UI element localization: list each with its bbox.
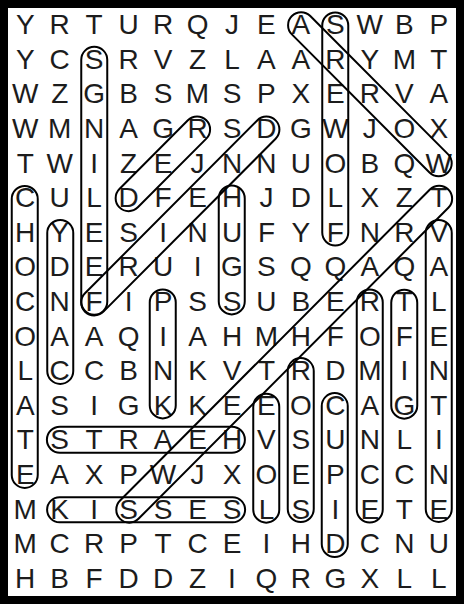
letter-cell[interactable]: P <box>146 285 180 320</box>
letter-cell[interactable]: A <box>249 43 283 78</box>
letter-cell[interactable]: O <box>8 319 42 354</box>
letter-cell[interactable]: R <box>387 216 421 251</box>
letter-cell[interactable]: X <box>215 458 249 493</box>
letter-cell[interactable]: Y <box>284 216 318 251</box>
letter-cell[interactable]: N <box>422 354 456 389</box>
letter-cell[interactable]: M <box>387 43 421 78</box>
letter-cell[interactable]: E <box>422 319 456 354</box>
letter-cell[interactable]: C <box>77 354 111 389</box>
letter-cell[interactable]: R <box>284 561 318 596</box>
letter-cell[interactable]: T <box>146 527 180 562</box>
letter-cell[interactable]: I <box>77 388 111 423</box>
letter-cell[interactable]: K <box>180 388 214 423</box>
letter-cell[interactable]: V <box>422 216 456 251</box>
letter-cell[interactable]: Y <box>42 216 76 251</box>
letter-cell[interactable]: Q <box>249 561 283 596</box>
letter-cell[interactable]: A <box>77 319 111 354</box>
letter-cell[interactable]: E <box>77 216 111 251</box>
letter-cell[interactable]: M <box>8 527 42 562</box>
letter-cell[interactable]: D <box>249 112 283 147</box>
letter-cell[interactable]: X <box>353 561 387 596</box>
puzzle-area: YRTURQJEASWBPYCSRVZLAARYMTWZGBSMSPXERVAW… <box>8 8 456 596</box>
letter-cell[interactable]: H <box>284 319 318 354</box>
letter-cell[interactable]: R <box>42 8 76 43</box>
letter-cell[interactable]: W <box>8 77 42 112</box>
letter-cell[interactable]: A <box>284 8 318 43</box>
letter-cell[interactable]: S <box>215 492 249 527</box>
letter-cell[interactable]: U <box>284 146 318 181</box>
letter-cell[interactable]: D <box>111 181 145 216</box>
letter-cell[interactable]: F <box>318 216 352 251</box>
letter-cell[interactable]: U <box>146 250 180 285</box>
letter-cell[interactable]: E <box>8 458 42 493</box>
letter-cell[interactable]: E <box>180 181 214 216</box>
letter-cell[interactable]: A <box>422 250 456 285</box>
letter-cell[interactable]: Z <box>42 77 76 112</box>
letter-cell[interactable]: H <box>284 527 318 562</box>
letter-cell[interactable]: E <box>215 527 249 562</box>
letter-cell[interactable]: W <box>42 146 76 181</box>
letter-cell[interactable]: Y <box>8 43 42 78</box>
letter-cell[interactable]: V <box>249 423 283 458</box>
letter-cell[interactable]: M <box>8 492 42 527</box>
letter-cell[interactable]: J <box>249 181 283 216</box>
letter-cell[interactable]: B <box>353 146 387 181</box>
letter-cell[interactable]: I <box>180 250 214 285</box>
letter-cell[interactable]: N <box>249 146 283 181</box>
letter-cell[interactable]: U <box>422 527 456 562</box>
letter-cell[interactable]: S <box>215 77 249 112</box>
letter-cell[interactable]: R <box>318 43 352 78</box>
letter-cell[interactable]: R <box>111 423 145 458</box>
letter-cell[interactable]: R <box>180 112 214 147</box>
word-search-board: YRTURQJEASWBPYCSRVZLAARYMTWZGBSMSPXERVAW… <box>0 0 464 604</box>
letter-cell[interactable]: H <box>8 561 42 596</box>
letter-cell[interactable]: Z <box>180 561 214 596</box>
letter-cell[interactable]: I <box>77 492 111 527</box>
letter-cell[interactable]: T <box>77 8 111 43</box>
letter-cell[interactable]: U <box>42 181 76 216</box>
letter-cell[interactable]: L <box>387 423 421 458</box>
letter-cell[interactable]: D <box>146 561 180 596</box>
letter-cell[interactable]: I <box>146 216 180 251</box>
letter-cell[interactable]: E <box>249 8 283 43</box>
letter-cell[interactable]: A <box>353 388 387 423</box>
letter-cell[interactable]: S <box>215 285 249 320</box>
letter-cell[interactable]: H <box>215 181 249 216</box>
letter-cell[interactable]: B <box>111 77 145 112</box>
letter-cell[interactable]: T <box>8 146 42 181</box>
letter-cell[interactable]: T <box>249 354 283 389</box>
letter-cell[interactable]: C <box>42 43 76 78</box>
letter-cell[interactable]: C <box>42 527 76 562</box>
letter-cell[interactable]: T <box>422 181 456 216</box>
letter-cell[interactable]: R <box>77 527 111 562</box>
letter-cell[interactable]: P <box>422 8 456 43</box>
letter-cell[interactable]: S <box>284 492 318 527</box>
letter-cell[interactable]: E <box>284 458 318 493</box>
letter-cell[interactable]: Z <box>180 43 214 78</box>
letter-cell[interactable]: E <box>146 146 180 181</box>
letter-cell[interactable]: J <box>215 8 249 43</box>
letter-cell[interactable]: S <box>146 77 180 112</box>
letter-cell[interactable]: T <box>422 43 456 78</box>
letter-cell[interactable]: I <box>249 527 283 562</box>
letter-cell[interactable]: U <box>215 216 249 251</box>
letter-cell[interactable]: E <box>318 77 352 112</box>
letter-cell[interactable]: X <box>422 112 456 147</box>
letter-cell[interactable]: D <box>318 527 352 562</box>
letter-cell[interactable]: E <box>318 285 352 320</box>
letter-cell[interactable]: K <box>146 388 180 423</box>
letter-cell[interactable]: N <box>422 458 456 493</box>
letter-cell[interactable]: I <box>111 285 145 320</box>
letter-cell[interactable]: O <box>353 319 387 354</box>
letter-cell[interactable]: O <box>249 458 283 493</box>
letter-cell[interactable]: F <box>77 561 111 596</box>
letter-cell[interactable]: U <box>249 285 283 320</box>
letter-cell[interactable]: A <box>284 43 318 78</box>
letter-cell[interactable]: I <box>146 319 180 354</box>
letter-cell[interactable]: Q <box>284 250 318 285</box>
letter-cell[interactable]: G <box>318 561 352 596</box>
letter-cell[interactable]: C <box>353 458 387 493</box>
letter-cell[interactable]: S <box>249 250 283 285</box>
letter-cell[interactable]: D <box>284 181 318 216</box>
letter-cell[interactable]: G <box>77 77 111 112</box>
letter-cell[interactable]: G <box>387 388 421 423</box>
letter-cell[interactable]: F <box>146 181 180 216</box>
letter-cell[interactable]: T <box>77 423 111 458</box>
letter-cell[interactable]: M <box>353 354 387 389</box>
letter-cell[interactable]: Q <box>387 146 421 181</box>
letter-cell[interactable]: S <box>318 8 352 43</box>
letter-cell[interactable]: N <box>353 216 387 251</box>
letter-cell[interactable]: K <box>42 492 76 527</box>
letter-cell[interactable]: A <box>42 319 76 354</box>
letter-cell[interactable]: R <box>146 8 180 43</box>
letter-cell[interactable]: H <box>8 216 42 251</box>
letter-cell[interactable]: W <box>8 112 42 147</box>
letter-cell[interactable]: L <box>249 492 283 527</box>
letter-cell[interactable]: C <box>318 388 352 423</box>
letter-cell[interactable]: I <box>387 354 421 389</box>
letter-cell[interactable]: H <box>215 423 249 458</box>
letter-cell[interactable]: L <box>422 561 456 596</box>
letter-cell[interactable]: E <box>180 492 214 527</box>
letter-cell[interactable]: E <box>353 492 387 527</box>
letter-cell[interactable]: G <box>146 112 180 147</box>
letter-cell[interactable]: G <box>111 388 145 423</box>
letter-cell[interactable]: E <box>422 492 456 527</box>
letter-cell[interactable]: R <box>111 250 145 285</box>
letter-cell[interactable]: S <box>215 112 249 147</box>
letter-cell[interactable]: M <box>42 112 76 147</box>
letter-cell[interactable]: A <box>180 319 214 354</box>
letter-cell[interactable]: A <box>111 112 145 147</box>
letter-cell[interactable]: C <box>42 354 76 389</box>
letter-cell[interactable]: I <box>318 492 352 527</box>
letter-cell[interactable]: R <box>111 43 145 78</box>
letter-cell[interactable]: S <box>284 423 318 458</box>
letter-cell[interactable]: I <box>215 561 249 596</box>
letter-cell[interactable]: W <box>146 458 180 493</box>
letter-cell[interactable]: J <box>180 458 214 493</box>
letter-cell[interactable]: U <box>111 8 145 43</box>
letter-cell[interactable]: S <box>77 43 111 78</box>
letter-cell[interactable]: R <box>284 354 318 389</box>
letter-cell[interactable]: N <box>215 146 249 181</box>
letter-cell[interactable]: J <box>353 112 387 147</box>
letter-cell[interactable]: Q <box>318 250 352 285</box>
letter-cell[interactable]: Q <box>387 250 421 285</box>
letter-cell[interactable]: F <box>249 216 283 251</box>
letter-cell[interactable]: S <box>111 492 145 527</box>
letter-cell[interactable]: K <box>180 354 214 389</box>
letter-cell[interactable]: S <box>42 423 76 458</box>
letter-cell[interactable]: O <box>387 112 421 147</box>
letter-cell[interactable]: R <box>353 285 387 320</box>
letter-cell[interactable]: E <box>249 388 283 423</box>
letter-cell[interactable]: B <box>42 561 76 596</box>
letter-cell[interactable]: S <box>111 216 145 251</box>
letter-cell[interactable]: S <box>180 285 214 320</box>
letter-cell[interactable]: B <box>387 8 421 43</box>
letter-cell[interactable]: N <box>42 285 76 320</box>
letter-cell[interactable]: S <box>42 388 76 423</box>
letter-cell[interactable]: T <box>422 388 456 423</box>
letter-cell[interactable]: H <box>215 319 249 354</box>
letter-cell[interactable]: X <box>284 77 318 112</box>
letter-cell[interactable]: V <box>146 43 180 78</box>
letter-cell[interactable]: L <box>387 561 421 596</box>
letter-cell[interactable]: O <box>284 388 318 423</box>
letter-cell[interactable]: X <box>77 458 111 493</box>
letter-cell[interactable]: L <box>215 43 249 78</box>
letter-cell[interactable]: T <box>387 285 421 320</box>
letter-cell[interactable]: D <box>318 354 352 389</box>
letter-cell[interactable]: S <box>146 492 180 527</box>
letter-cell[interactable]: T <box>8 423 42 458</box>
letter-cell[interactable]: Y <box>8 8 42 43</box>
letter-cell[interactable]: L <box>8 354 42 389</box>
letter-cell[interactable]: N <box>77 112 111 147</box>
letter-cell[interactable]: N <box>180 216 214 251</box>
letter-cell[interactable]: T <box>387 492 421 527</box>
letter-cell[interactable]: L <box>77 181 111 216</box>
letter-cell[interactable]: Q <box>111 319 145 354</box>
letter-cell[interactable]: P <box>111 458 145 493</box>
letter-cell[interactable]: Y <box>353 43 387 78</box>
letter-cell[interactable]: E <box>77 250 111 285</box>
letter-cell[interactable]: N <box>387 527 421 562</box>
letter-cell[interactable]: O <box>318 146 352 181</box>
letter-cell[interactable]: V <box>215 354 249 389</box>
letter-cell[interactable]: Z <box>387 181 421 216</box>
letter-cell[interactable]: M <box>180 77 214 112</box>
letter-cell[interactable]: F <box>387 319 421 354</box>
letter-cell[interactable]: I <box>77 146 111 181</box>
letter-cell[interactable]: L <box>318 181 352 216</box>
letter-cell[interactable]: N <box>353 423 387 458</box>
letter-cell[interactable]: P <box>318 458 352 493</box>
letter-cell[interactable]: G <box>284 112 318 147</box>
letter-cell[interactable]: A <box>8 388 42 423</box>
letter-cell[interactable]: N <box>146 354 180 389</box>
letter-cell[interactable]: P <box>111 527 145 562</box>
letter-cell[interactable]: A <box>353 250 387 285</box>
letter-cell[interactable]: D <box>42 250 76 285</box>
letter-cell[interactable]: U <box>318 423 352 458</box>
letter-cell[interactable]: F <box>318 319 352 354</box>
letter-cell[interactable]: D <box>111 561 145 596</box>
letter-cell[interactable]: E <box>180 423 214 458</box>
letter-cell[interactable]: W <box>318 112 352 147</box>
letter-cell[interactable]: L <box>422 285 456 320</box>
letter-cell[interactable]: W <box>353 8 387 43</box>
letter-cell[interactable]: A <box>146 423 180 458</box>
letter-cell[interactable]: W <box>422 146 456 181</box>
letter-cell[interactable]: A <box>42 458 76 493</box>
letter-cell[interactable]: A <box>422 77 456 112</box>
letter-cell[interactable]: P <box>249 77 283 112</box>
letter-cell[interactable]: R <box>353 77 387 112</box>
letter-cell[interactable]: C <box>387 458 421 493</box>
letter-cell[interactable]: O <box>8 250 42 285</box>
letter-cell[interactable]: C <box>180 527 214 562</box>
letter-cell[interactable]: E <box>215 388 249 423</box>
letter-cell[interactable]: Q <box>180 8 214 43</box>
letter-cell[interactable]: C <box>353 527 387 562</box>
letter-grid: YRTURQJEASWBPYCSRVZLAARYMTWZGBSMSPXERVAW… <box>8 8 456 596</box>
letter-cell[interactable]: B <box>111 354 145 389</box>
letter-cell[interactable]: V <box>387 77 421 112</box>
letter-cell[interactable]: J <box>180 146 214 181</box>
letter-cell[interactable]: I <box>422 423 456 458</box>
letter-cell[interactable]: M <box>249 319 283 354</box>
letter-cell[interactable]: X <box>353 181 387 216</box>
letter-cell[interactable]: F <box>77 285 111 320</box>
letter-cell[interactable]: Z <box>111 146 145 181</box>
letter-cell[interactable]: C <box>8 181 42 216</box>
letter-cell[interactable]: G <box>215 250 249 285</box>
letter-cell[interactable]: C <box>8 285 42 320</box>
letter-cell[interactable]: B <box>284 285 318 320</box>
